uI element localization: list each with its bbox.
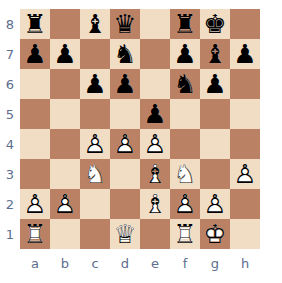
square-g3[interactable] [200,159,230,189]
square-h5[interactable] [230,99,260,129]
file-label-d: d [110,250,140,276]
piece-outline: ♙ [173,191,196,217]
square-e4[interactable]: ♟♙ [140,129,170,159]
rank-labels: 87654321 [0,9,20,249]
piece-glyph: ♞ [173,71,196,97]
square-e7[interactable] [140,39,170,69]
square-a1[interactable]: ♜♖ [20,219,50,249]
square-h6[interactable] [230,69,260,99]
black-knight[interactable]: ♞ [170,69,200,99]
square-g6[interactable]: ♟ [200,69,230,99]
square-a6[interactable] [20,69,50,99]
white-rook[interactable]: ♜♖ [170,219,200,249]
square-f6[interactable]: ♞ [170,69,200,99]
square-c1[interactable] [80,219,110,249]
chess-board-panel: 87654321 ♜♝♛♜♚♟♟♞♟♝♟♟♟♞♟♟♟♙♟♙♟♙♞♘♝♗♞♘♟♙♟… [0,0,282,283]
white-pawn[interactable]: ♟♙ [230,159,260,189]
piece-glyph: ♜ [23,11,46,37]
white-bishop[interactable]: ♝♗ [140,159,170,189]
file-labels: abcdefgh [20,250,260,276]
square-e2[interactable]: ♝♗ [140,189,170,219]
rank-label-8: 8 [0,9,20,39]
square-d1[interactable]: ♛♕ [110,219,140,249]
square-d2[interactable] [110,189,140,219]
square-f2[interactable]: ♟♙ [170,189,200,219]
white-knight[interactable]: ♞♘ [80,159,110,189]
square-e1[interactable] [140,219,170,249]
square-c6[interactable]: ♟ [80,69,110,99]
black-pawn[interactable]: ♟ [200,69,230,99]
square-a4[interactable] [20,129,50,159]
black-queen[interactable]: ♛ [110,9,140,39]
piece-outline: ♙ [53,191,76,217]
white-king[interactable]: ♚♔ [200,219,230,249]
square-b3[interactable] [50,159,80,189]
square-e6[interactable] [140,69,170,99]
rank-label-2: 2 [0,189,20,219]
piece-outline: ♔ [203,221,226,247]
square-g7[interactable]: ♝ [200,39,230,69]
piece-glyph: ♟ [23,41,46,67]
rank-label-7: 7 [0,39,20,69]
piece-outline: ♘ [173,161,196,187]
white-pawn[interactable]: ♟♙ [110,129,140,159]
black-pawn[interactable]: ♟ [50,39,80,69]
square-f8[interactable]: ♜ [170,9,200,39]
square-f3[interactable]: ♞♘ [170,159,200,189]
file-label-c: c [80,250,110,276]
square-f1[interactable]: ♜♖ [170,219,200,249]
piece-outline: ♗ [143,191,166,217]
rank-label-6: 6 [0,69,20,99]
rank-label-4: 4 [0,129,20,159]
square-c5[interactable] [80,99,110,129]
black-pawn[interactable]: ♟ [230,39,260,69]
piece-outline: ♙ [233,161,256,187]
black-pawn[interactable]: ♟ [140,99,170,129]
piece-glyph: ♟ [83,71,106,97]
piece-glyph: ♞ [113,41,136,67]
square-h1[interactable] [230,219,260,249]
square-c2[interactable] [80,189,110,219]
square-g8[interactable]: ♚ [200,9,230,39]
piece-outline: ♕ [113,221,136,247]
white-knight[interactable]: ♞♘ [170,159,200,189]
square-h3[interactable]: ♟♙ [230,159,260,189]
black-rook[interactable]: ♜ [170,9,200,39]
white-queen[interactable]: ♛♕ [110,219,140,249]
square-f5[interactable] [170,99,200,129]
square-d7[interactable]: ♞ [110,39,140,69]
piece-glyph: ♜ [173,11,196,37]
square-h7[interactable]: ♟ [230,39,260,69]
square-e3[interactable]: ♝♗ [140,159,170,189]
black-rook[interactable]: ♜ [20,9,50,39]
square-b5[interactable] [50,99,80,129]
white-pawn[interactable]: ♟♙ [140,129,170,159]
square-b8[interactable] [50,9,80,39]
black-pawn[interactable]: ♟ [170,39,200,69]
file-label-h: h [230,250,260,276]
square-e8[interactable] [140,9,170,39]
square-a8[interactable]: ♜ [20,9,50,39]
piece-glyph: ♟ [233,41,256,67]
black-bishop[interactable]: ♝ [80,9,110,39]
piece-glyph: ♟ [53,41,76,67]
square-b2[interactable]: ♟♙ [50,189,80,219]
piece-outline: ♖ [23,221,46,247]
piece-outline: ♙ [203,191,226,217]
square-c7[interactable] [80,39,110,69]
square-f7[interactable]: ♟ [170,39,200,69]
file-label-g: g [200,250,230,276]
file-label-f: f [170,250,200,276]
piece-outline: ♙ [113,131,136,157]
square-f4[interactable] [170,129,200,159]
white-pawn[interactable]: ♟♙ [170,189,200,219]
piece-glyph: ♚ [203,11,226,37]
piece-outline: ♙ [143,131,166,157]
black-king[interactable]: ♚ [200,9,230,39]
piece-glyph: ♛ [113,11,136,37]
square-c4[interactable]: ♟♙ [80,129,110,159]
piece-glyph: ♟ [113,71,136,97]
file-label-b: b [50,250,80,276]
black-knight[interactable]: ♞ [110,39,140,69]
file-label-a: a [20,250,50,276]
rank-label-5: 5 [0,99,20,129]
square-d5[interactable] [110,99,140,129]
piece-glyph: ♟ [173,41,196,67]
white-rook[interactable]: ♜♖ [20,219,50,249]
file-label-e: e [140,250,170,276]
square-g2[interactable]: ♟♙ [200,189,230,219]
square-a5[interactable] [20,99,50,129]
piece-outline: ♙ [83,131,106,157]
white-pawn[interactable]: ♟♙ [20,189,50,219]
piece-outline: ♘ [83,161,106,187]
square-g1[interactable]: ♚♔ [200,219,230,249]
piece-glyph: ♟ [143,101,166,127]
square-g4[interactable] [200,129,230,159]
square-c8[interactable]: ♝ [80,9,110,39]
square-a2[interactable]: ♟♙ [20,189,50,219]
square-a3[interactable] [20,159,50,189]
square-d8[interactable]: ♛ [110,9,140,39]
square-h2[interactable] [230,189,260,219]
black-pawn[interactable]: ♟ [80,69,110,99]
piece-outline: ♗ [143,161,166,187]
square-b7[interactable]: ♟ [50,39,80,69]
square-h8[interactable] [230,9,260,39]
black-bishop[interactable]: ♝ [200,39,230,69]
square-b6[interactable] [50,69,80,99]
piece-outline: ♙ [23,191,46,217]
square-b4[interactable] [50,129,80,159]
piece-glyph: ♝ [83,11,106,37]
white-pawn[interactable]: ♟♙ [200,189,230,219]
piece-glyph: ♝ [203,41,226,67]
square-c3[interactable]: ♞♘ [80,159,110,189]
board: ♜♝♛♜♚♟♟♞♟♝♟♟♟♞♟♟♟♙♟♙♟♙♞♘♝♗♞♘♟♙♟♙♟♙♝♗♟♙♟♙… [20,9,260,249]
square-b1[interactable] [50,219,80,249]
black-pawn[interactable]: ♟ [20,39,50,69]
black-pawn[interactable]: ♟ [110,69,140,99]
piece-glyph: ♟ [203,71,226,97]
square-g5[interactable] [200,99,230,129]
white-pawn[interactable]: ♟♙ [80,129,110,159]
square-d6[interactable]: ♟ [110,69,140,99]
white-bishop[interactable]: ♝♗ [140,189,170,219]
rank-label-3: 3 [0,159,20,189]
square-d3[interactable] [110,159,140,189]
white-pawn[interactable]: ♟♙ [50,189,80,219]
rank-label-1: 1 [0,219,20,249]
square-e5[interactable]: ♟ [140,99,170,129]
square-h4[interactable] [230,129,260,159]
piece-outline: ♖ [173,221,196,247]
square-d4[interactable]: ♟♙ [110,129,140,159]
square-a7[interactable]: ♟ [20,39,50,69]
